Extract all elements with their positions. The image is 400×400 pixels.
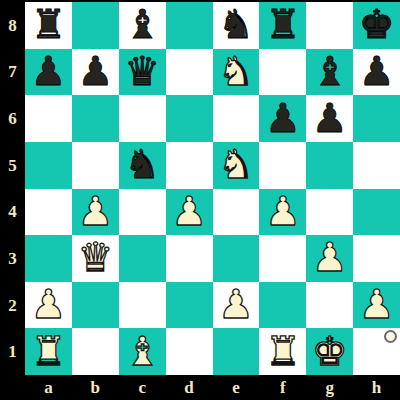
piece-white-pawn[interactable]: ♟ [31,284,67,324]
square-g3[interactable]: ♟ [306,235,353,282]
square-f8[interactable]: ♜ [259,2,306,49]
file-label-d: d [166,375,213,400]
piece-black-pawn[interactable]: ♟ [265,98,301,138]
piece-black-bishop[interactable]: ♝ [312,51,348,91]
square-e1[interactable] [213,328,260,375]
square-b8[interactable] [72,2,119,49]
piece-black-knight[interactable]: ♞ [218,4,254,44]
rank-label-6: 6 [0,95,25,142]
square-d8[interactable] [166,2,213,49]
square-d1[interactable] [166,328,213,375]
piece-white-pawn[interactable]: ♟ [218,284,254,324]
square-a2[interactable]: ♟ [25,282,72,329]
square-a8[interactable]: ♜ [25,2,72,49]
file-label-a: a [25,375,72,400]
square-e3[interactable] [213,235,260,282]
file-label-f: f [259,375,306,400]
piece-white-pawn[interactable]: ♟ [171,191,207,231]
file-label-e: e [213,375,260,400]
square-e6[interactable] [213,95,260,142]
square-a4[interactable] [25,189,72,236]
square-f4[interactable]: ♟ [259,189,306,236]
square-e7[interactable]: ♞ [213,49,260,96]
piece-black-pawn[interactable]: ♟ [31,51,67,91]
square-d3[interactable] [166,235,213,282]
square-c2[interactable] [119,282,166,329]
rank-label-2: 2 [0,282,25,329]
square-c3[interactable] [119,235,166,282]
square-c4[interactable] [119,189,166,236]
square-g5[interactable] [306,142,353,189]
square-h7[interactable]: ♟ [353,49,400,96]
piece-white-pawn[interactable]: ♟ [77,191,113,231]
file-label-b: b [72,375,119,400]
rank-label-4: 4 [0,189,25,236]
piece-white-knight[interactable]: ♞ [218,51,254,91]
rank-label-5: 5 [0,142,25,189]
piece-black-bishop[interactable]: ♝ [124,4,160,44]
square-a5[interactable] [25,142,72,189]
piece-black-pawn[interactable]: ♟ [359,51,395,91]
square-a1[interactable]: ♜ [25,328,72,375]
square-b5[interactable] [72,142,119,189]
square-d2[interactable] [166,282,213,329]
square-d4[interactable]: ♟ [166,189,213,236]
piece-black-rook[interactable]: ♜ [31,4,67,44]
white-to-move-indicator [384,330,397,343]
piece-white-king[interactable]: ♚ [312,331,348,371]
square-d5[interactable] [166,142,213,189]
file-label-h: h [353,375,400,400]
piece-white-knight[interactable]: ♞ [218,144,254,184]
square-c7[interactable]: ♛ [119,49,166,96]
square-b4[interactable]: ♟ [72,189,119,236]
piece-white-rook[interactable]: ♜ [265,331,301,371]
square-e4[interactable] [213,189,260,236]
square-g1[interactable]: ♚ [306,328,353,375]
square-h4[interactable] [353,189,400,236]
piece-white-pawn[interactable]: ♟ [359,284,395,324]
square-g6[interactable]: ♟ [306,95,353,142]
square-c5[interactable]: ♞ [119,142,166,189]
square-f6[interactable]: ♟ [259,95,306,142]
square-e8[interactable]: ♞ [213,2,260,49]
piece-white-queen[interactable]: ♛ [77,237,113,277]
square-f3[interactable] [259,235,306,282]
square-c6[interactable] [119,95,166,142]
rank-labels: 87654321 [0,2,25,375]
square-a6[interactable] [25,95,72,142]
piece-black-rook[interactable]: ♜ [265,4,301,44]
piece-white-pawn[interactable]: ♟ [312,237,348,277]
square-h2[interactable]: ♟ [353,282,400,329]
square-e2[interactable]: ♟ [213,282,260,329]
piece-white-pawn[interactable]: ♟ [265,191,301,231]
rank-label-7: 7 [0,49,25,96]
square-a3[interactable] [25,235,72,282]
square-b7[interactable]: ♟ [72,49,119,96]
file-labels: abcdefgh [25,375,400,400]
square-d7[interactable] [166,49,213,96]
square-d6[interactable] [166,95,213,142]
rank-label-8: 8 [0,2,25,49]
square-f5[interactable] [259,142,306,189]
piece-black-king[interactable]: ♚ [359,4,395,44]
piece-white-bishop[interactable]: ♝ [124,331,160,371]
square-c8[interactable]: ♝ [119,2,166,49]
file-label-c: c [119,375,166,400]
square-h5[interactable] [353,142,400,189]
square-b1[interactable] [72,328,119,375]
square-b3[interactable]: ♛ [72,235,119,282]
square-c1[interactable]: ♝ [119,328,166,375]
piece-black-queen[interactable]: ♛ [124,51,160,91]
rank-label-1: 1 [0,328,25,375]
piece-white-rook[interactable]: ♜ [31,331,67,371]
piece-black-pawn[interactable]: ♟ [77,51,113,91]
rank-label-3: 3 [0,235,25,282]
square-h8[interactable]: ♚ [353,2,400,49]
square-f2[interactable] [259,282,306,329]
piece-black-knight[interactable]: ♞ [124,144,160,184]
square-a7[interactable]: ♟ [25,49,72,96]
square-g8[interactable] [306,2,353,49]
square-e5[interactable]: ♞ [213,142,260,189]
piece-black-pawn[interactable]: ♟ [312,98,348,138]
square-f7[interactable] [259,49,306,96]
square-g2[interactable] [306,282,353,329]
chess-board: ♜♝♞♜♚♟♟♛♞♝♟♟♟♞♞♟♟♟♛♟♟♟♟♜♝♜♚ [25,2,400,375]
file-label-g: g [306,375,353,400]
square-g7[interactable]: ♝ [306,49,353,96]
square-b2[interactable] [72,282,119,329]
square-f1[interactable]: ♜ [259,328,306,375]
square-h6[interactable] [353,95,400,142]
square-g4[interactable] [306,189,353,236]
square-b6[interactable] [72,95,119,142]
square-h3[interactable] [353,235,400,282]
chess-board-page: 87654321 ♜♝♞♜♚♟♟♛♞♝♟♟♟♞♞♟♟♟♛♟♟♟♟♜♝♜♚ abc… [0,0,400,400]
